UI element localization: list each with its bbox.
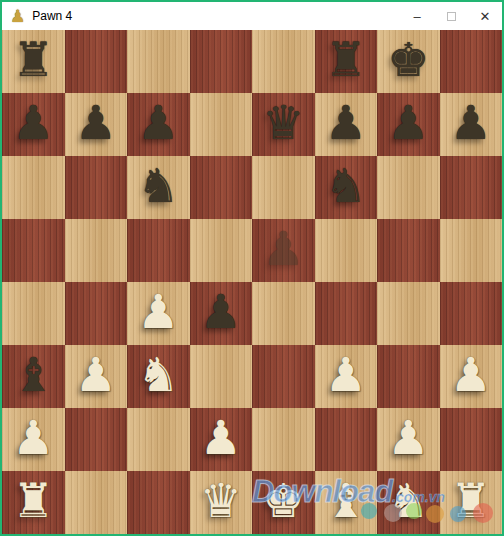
piece-white-pawn: ♟ — [75, 351, 117, 398]
close-icon: ✕ — [480, 9, 491, 24]
square-f8[interactable]: ♜ — [315, 30, 378, 93]
square-a8[interactable]: ♜ — [2, 30, 65, 93]
square-a1[interactable]: ♜ — [2, 471, 65, 534]
square-h1[interactable]: ♜ — [440, 471, 503, 534]
piece-black-queen: ♛ — [262, 99, 304, 146]
piece-black-pawn: ♟ — [200, 288, 242, 335]
square-g1[interactable]: ♞ — [377, 471, 440, 534]
piece-black-pawn: ♟ — [12, 99, 54, 146]
square-f7[interactable]: ♟ — [315, 93, 378, 156]
maximize-button[interactable] — [434, 2, 468, 30]
piece-white-bishop: ♝ — [325, 477, 367, 524]
square-h2[interactable] — [440, 408, 503, 471]
square-g3[interactable] — [377, 345, 440, 408]
piece-black-pawn: ♟ — [262, 225, 304, 272]
piece-black-knight: ♞ — [325, 162, 367, 209]
square-a3[interactable]: ♝ — [2, 345, 65, 408]
square-f3[interactable]: ♟ — [315, 345, 378, 408]
square-g4[interactable] — [377, 282, 440, 345]
piece-black-king: ♚ — [387, 36, 429, 83]
piece-white-pawn: ♟ — [12, 414, 54, 461]
piece-black-pawn: ♟ — [387, 99, 429, 146]
square-e3[interactable] — [252, 345, 315, 408]
pawn-app-icon: ♟ — [10, 8, 25, 25]
piece-black-pawn: ♟ — [137, 99, 179, 146]
square-g7[interactable]: ♟ — [377, 93, 440, 156]
minimize-button[interactable]: – — [400, 2, 434, 30]
square-c6[interactable]: ♞ — [127, 156, 190, 219]
square-c4[interactable]: ♟ — [127, 282, 190, 345]
maximize-icon — [447, 12, 456, 21]
square-h3[interactable]: ♟ — [440, 345, 503, 408]
square-g6[interactable] — [377, 156, 440, 219]
square-b5[interactable] — [65, 219, 128, 282]
piece-white-rook: ♜ — [12, 477, 54, 524]
square-b8[interactable] — [65, 30, 128, 93]
square-f2[interactable] — [315, 408, 378, 471]
square-d4[interactable]: ♟ — [190, 282, 253, 345]
piece-white-pawn: ♟ — [137, 288, 179, 335]
square-e7[interactable]: ♛ — [252, 93, 315, 156]
square-a6[interactable] — [2, 156, 65, 219]
square-h7[interactable]: ♟ — [440, 93, 503, 156]
square-e6[interactable] — [252, 156, 315, 219]
square-d8[interactable] — [190, 30, 253, 93]
piece-black-rook: ♜ — [325, 36, 367, 83]
piece-white-pawn: ♟ — [200, 414, 242, 461]
square-e5[interactable]: ♟ — [252, 219, 315, 282]
square-c2[interactable] — [127, 408, 190, 471]
square-d2[interactable]: ♟ — [190, 408, 253, 471]
square-g8[interactable]: ♚ — [377, 30, 440, 93]
piece-black-bishop: ♝ — [12, 351, 54, 398]
piece-white-knight: ♞ — [387, 477, 429, 524]
square-h5[interactable] — [440, 219, 503, 282]
square-c7[interactable]: ♟ — [127, 93, 190, 156]
square-a2[interactable]: ♟ — [2, 408, 65, 471]
square-f5[interactable] — [315, 219, 378, 282]
piece-white-king: ♚ — [262, 477, 304, 524]
piece-black-pawn: ♟ — [450, 99, 492, 146]
square-b6[interactable] — [65, 156, 128, 219]
piece-black-rook: ♜ — [12, 36, 54, 83]
minimize-icon: – — [413, 9, 420, 24]
square-c1[interactable] — [127, 471, 190, 534]
square-b2[interactable] — [65, 408, 128, 471]
window-controls: – ✕ — [400, 2, 502, 30]
square-f1[interactable]: ♝ — [315, 471, 378, 534]
square-b1[interactable] — [65, 471, 128, 534]
piece-white-queen: ♛ — [200, 477, 242, 524]
square-f4[interactable] — [315, 282, 378, 345]
piece-black-pawn: ♟ — [325, 99, 367, 146]
square-g5[interactable] — [377, 219, 440, 282]
piece-white-pawn: ♟ — [387, 414, 429, 461]
square-e1[interactable]: ♚ — [252, 471, 315, 534]
square-b3[interactable]: ♟ — [65, 345, 128, 408]
square-e4[interactable] — [252, 282, 315, 345]
square-a7[interactable]: ♟ — [2, 93, 65, 156]
piece-white-pawn: ♟ — [450, 351, 492, 398]
square-h6[interactable] — [440, 156, 503, 219]
title-bar: ♟ Pawn 4 – ✕ — [2, 2, 502, 30]
piece-white-rook: ♜ — [450, 477, 492, 524]
window-title: Pawn 4 — [32, 9, 72, 23]
square-g2[interactable]: ♟ — [377, 408, 440, 471]
square-d1[interactable]: ♛ — [190, 471, 253, 534]
piece-black-knight: ♞ — [137, 162, 179, 209]
piece-white-pawn: ♟ — [325, 351, 367, 398]
square-h4[interactable] — [440, 282, 503, 345]
chess-board: ♜♜♚♟♟♟♛♟♟♟♞♞♟♟♟♝♟♞♟♟♟♟♟♜♛♚♝♞♜ — [2, 30, 502, 534]
square-e2[interactable] — [252, 408, 315, 471]
square-f6[interactable]: ♞ — [315, 156, 378, 219]
square-c3[interactable]: ♞ — [127, 345, 190, 408]
app-window: ♟ Pawn 4 – ✕ ♜♜♚♟♟♟♛♟♟♟♞♞♟♟♟♝♟♞♟♟♟♟♟♜♛♚♝… — [0, 0, 504, 536]
piece-black-pawn: ♟ — [75, 99, 117, 146]
square-a5[interactable] — [2, 219, 65, 282]
square-b7[interactable]: ♟ — [65, 93, 128, 156]
square-a4[interactable] — [2, 282, 65, 345]
close-button[interactable]: ✕ — [468, 2, 502, 30]
square-d3[interactable] — [190, 345, 253, 408]
square-d6[interactable] — [190, 156, 253, 219]
square-e8[interactable] — [252, 30, 315, 93]
square-c8[interactable] — [127, 30, 190, 93]
square-h8[interactable] — [440, 30, 503, 93]
square-d5[interactable] — [190, 219, 253, 282]
square-b4[interactable] — [65, 282, 128, 345]
square-c5[interactable] — [127, 219, 190, 282]
piece-white-knight: ♞ — [137, 351, 179, 398]
square-d7[interactable] — [190, 93, 253, 156]
